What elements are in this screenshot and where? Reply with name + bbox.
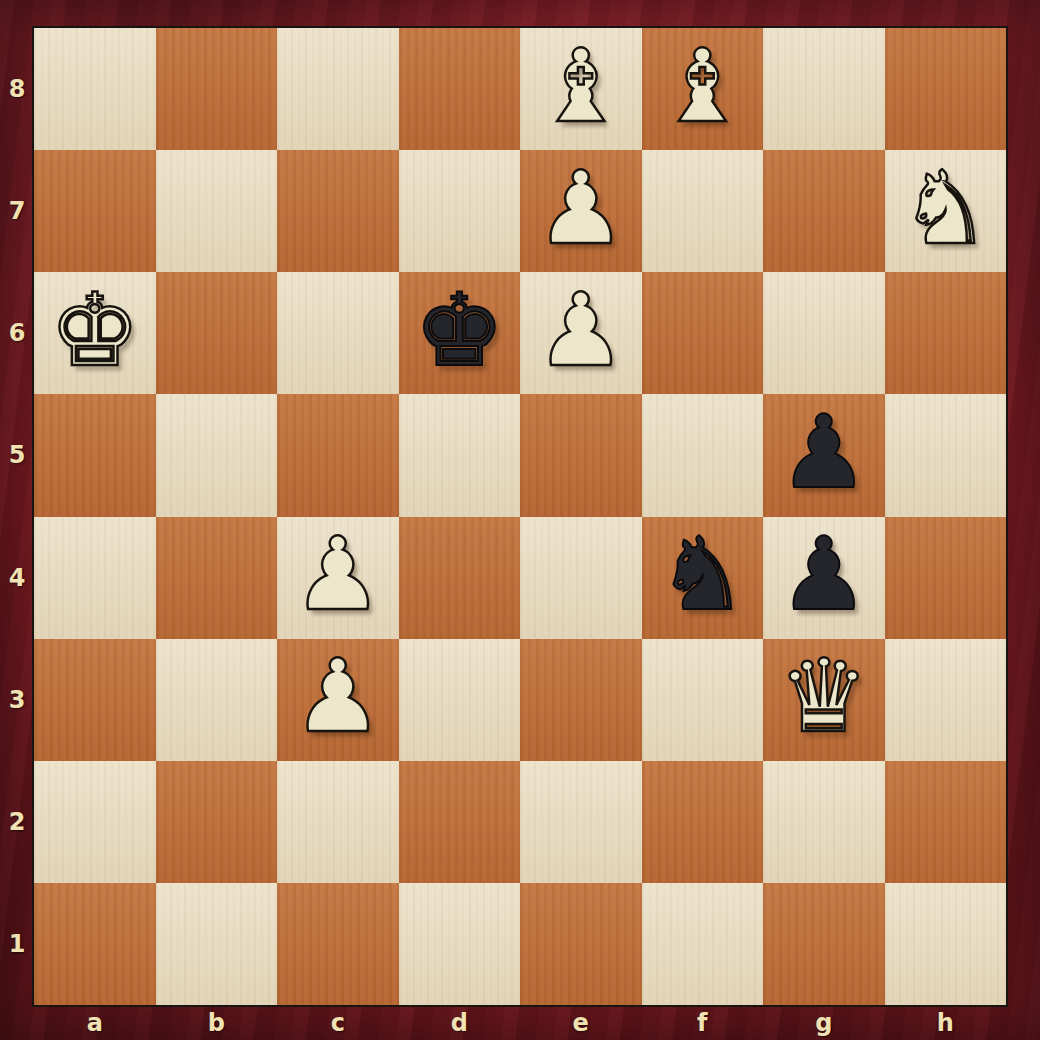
square-a7[interactable] <box>34 150 156 272</box>
square-e1[interactable] <box>520 883 642 1005</box>
file-label-e: e <box>520 1005 642 1040</box>
file-label-g: g <box>763 1005 885 1040</box>
board-frame: ♝♝♟♞♚♚♟♟♟♞♟♟♛ 87654321 abcdefgh <box>0 0 1040 1040</box>
square-g6[interactable] <box>763 272 885 394</box>
square-b8[interactable] <box>156 28 278 150</box>
square-b3[interactable] <box>156 639 278 761</box>
file-label-f: f <box>642 1005 764 1040</box>
square-f6[interactable] <box>642 272 764 394</box>
square-b2[interactable] <box>156 761 278 883</box>
square-b6[interactable] <box>156 272 278 394</box>
piece-white-knight-h7[interactable]: ♞ <box>900 158 991 259</box>
piece-white-king-a6[interactable]: ♚ <box>49 280 140 381</box>
rank-label-5: 5 <box>0 394 34 516</box>
square-h6[interactable] <box>885 272 1007 394</box>
square-a3[interactable] <box>34 639 156 761</box>
square-g7[interactable] <box>763 150 885 272</box>
square-h8[interactable] <box>885 28 1007 150</box>
square-e6[interactable]: ♟ <box>520 272 642 394</box>
square-c3[interactable]: ♟ <box>277 639 399 761</box>
square-e4[interactable] <box>520 517 642 639</box>
square-a5[interactable] <box>34 394 156 516</box>
square-h1[interactable] <box>885 883 1007 1005</box>
piece-white-bishop-f8[interactable]: ♝ <box>657 36 748 137</box>
rank-label-6: 6 <box>0 272 34 394</box>
square-c5[interactable] <box>277 394 399 516</box>
file-labels: abcdefgh <box>34 1005 1006 1040</box>
rank-label-7: 7 <box>0 150 34 272</box>
square-c7[interactable] <box>277 150 399 272</box>
square-a1[interactable] <box>34 883 156 1005</box>
square-f8[interactable]: ♝ <box>642 28 764 150</box>
square-b4[interactable] <box>156 517 278 639</box>
square-f7[interactable] <box>642 150 764 272</box>
square-a4[interactable] <box>34 517 156 639</box>
square-h3[interactable] <box>885 639 1007 761</box>
square-f1[interactable] <box>642 883 764 1005</box>
square-g5[interactable]: ♟ <box>763 394 885 516</box>
square-a6[interactable]: ♚ <box>34 272 156 394</box>
file-label-c: c <box>277 1005 399 1040</box>
square-a2[interactable] <box>34 761 156 883</box>
square-d3[interactable] <box>399 639 521 761</box>
rank-labels: 87654321 <box>0 28 34 1005</box>
square-e2[interactable] <box>520 761 642 883</box>
file-label-d: d <box>399 1005 521 1040</box>
square-d5[interactable] <box>399 394 521 516</box>
square-c1[interactable] <box>277 883 399 1005</box>
piece-black-pawn-g5[interactable]: ♟ <box>778 402 869 503</box>
square-a8[interactable] <box>34 28 156 150</box>
file-label-a: a <box>34 1005 156 1040</box>
piece-black-pawn-g4[interactable]: ♟ <box>778 524 869 625</box>
square-d7[interactable] <box>399 150 521 272</box>
square-h5[interactable] <box>885 394 1007 516</box>
rank-label-1: 1 <box>0 883 34 1005</box>
square-f4[interactable]: ♞ <box>642 517 764 639</box>
piece-white-pawn-c4[interactable]: ♟ <box>292 524 383 625</box>
square-d8[interactable] <box>399 28 521 150</box>
rank-label-4: 4 <box>0 517 34 639</box>
square-e3[interactable] <box>520 639 642 761</box>
rank-label-2: 2 <box>0 761 34 883</box>
file-label-b: b <box>156 1005 278 1040</box>
square-b7[interactable] <box>156 150 278 272</box>
square-c8[interactable] <box>277 28 399 150</box>
square-f5[interactable] <box>642 394 764 516</box>
square-d1[interactable] <box>399 883 521 1005</box>
piece-black-king-d6[interactable]: ♚ <box>414 280 505 381</box>
square-g2[interactable] <box>763 761 885 883</box>
square-d2[interactable] <box>399 761 521 883</box>
square-c6[interactable] <box>277 272 399 394</box>
piece-black-knight-f4[interactable]: ♞ <box>657 524 748 625</box>
square-b5[interactable] <box>156 394 278 516</box>
square-h4[interactable] <box>885 517 1007 639</box>
square-g1[interactable] <box>763 883 885 1005</box>
square-c4[interactable]: ♟ <box>277 517 399 639</box>
square-f3[interactable] <box>642 639 764 761</box>
file-label-h: h <box>885 1005 1007 1040</box>
square-e7[interactable]: ♟ <box>520 150 642 272</box>
square-h2[interactable] <box>885 761 1007 883</box>
square-g4[interactable]: ♟ <box>763 517 885 639</box>
square-g3[interactable]: ♛ <box>763 639 885 761</box>
chess-board: ♝♝♟♞♚♚♟♟♟♞♟♟♛ <box>34 28 1006 1005</box>
rank-label-8: 8 <box>0 28 34 150</box>
square-c2[interactable] <box>277 761 399 883</box>
square-e5[interactable] <box>520 394 642 516</box>
square-e8[interactable]: ♝ <box>520 28 642 150</box>
piece-white-bishop-e8[interactable]: ♝ <box>535 36 626 137</box>
piece-white-pawn-c3[interactable]: ♟ <box>292 646 383 747</box>
square-d6[interactable]: ♚ <box>399 272 521 394</box>
piece-white-pawn-e7[interactable]: ♟ <box>535 158 626 259</box>
square-h7[interactable]: ♞ <box>885 150 1007 272</box>
rank-label-3: 3 <box>0 639 34 761</box>
piece-white-queen-g3[interactable]: ♛ <box>778 646 869 747</box>
square-d4[interactable] <box>399 517 521 639</box>
square-b1[interactable] <box>156 883 278 1005</box>
square-g8[interactable] <box>763 28 885 150</box>
square-f2[interactable] <box>642 761 764 883</box>
piece-white-pawn-e6[interactable]: ♟ <box>535 280 626 381</box>
